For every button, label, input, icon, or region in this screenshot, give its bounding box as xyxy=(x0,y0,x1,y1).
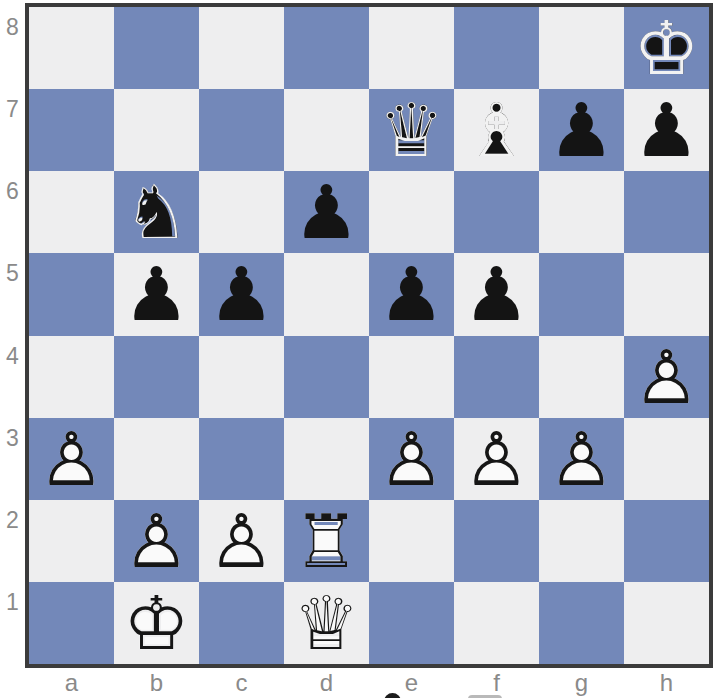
piece-glyph-layer: ♖ xyxy=(284,500,369,582)
square-d2[interactable]: ♜♖ xyxy=(284,500,369,582)
square-e8[interactable] xyxy=(369,7,454,89)
piece-glyph-layer: ♙ xyxy=(114,500,199,582)
piece-black-pawn[interactable]: ♟ xyxy=(199,253,284,335)
piece-glyph-layer: ♕ xyxy=(369,89,454,171)
piece-black-bishop[interactable]: ♝♗ xyxy=(454,89,539,171)
piece-black-pawn[interactable]: ♟ xyxy=(284,171,369,253)
square-a6[interactable] xyxy=(29,171,114,253)
square-f8[interactable] xyxy=(454,7,539,89)
square-b3[interactable] xyxy=(114,418,199,500)
piece-white-pawn[interactable]: ♟♙ xyxy=(454,418,539,500)
piece-glyph-layer: ♙ xyxy=(539,418,624,500)
square-c5[interactable]: ♟ xyxy=(199,253,284,335)
square-g1[interactable] xyxy=(539,582,624,664)
square-g8[interactable] xyxy=(539,7,624,89)
file-label-g: g xyxy=(539,668,624,698)
piece-black-pawn[interactable]: ♟ xyxy=(454,253,539,335)
piece-glyph-layer: ♟ xyxy=(284,171,369,253)
square-g6[interactable] xyxy=(539,171,624,253)
square-g5[interactable] xyxy=(539,253,624,335)
piece-white-rook[interactable]: ♜♖ xyxy=(284,500,369,582)
square-a1[interactable] xyxy=(29,582,114,664)
square-e2[interactable] xyxy=(369,500,454,582)
square-g3[interactable]: ♟♙ xyxy=(539,418,624,500)
piece-white-pawn[interactable]: ♟♙ xyxy=(624,336,709,418)
piece-black-knight[interactable]: ♞♘ xyxy=(114,171,199,253)
square-g4[interactable] xyxy=(539,336,624,418)
piece-glyph-layer: ♙ xyxy=(369,418,454,500)
piece-glyph-layer: ♟ xyxy=(369,253,454,335)
piece-black-pawn[interactable]: ♟ xyxy=(539,89,624,171)
rank-labels: 87654321 xyxy=(0,7,25,664)
square-h5[interactable] xyxy=(624,253,709,335)
piece-glyph-layer: ♟ xyxy=(114,253,199,335)
square-e6[interactable] xyxy=(369,171,454,253)
square-e7[interactable]: ♛♕ xyxy=(369,89,454,171)
piece-glyph-layer: ♙ xyxy=(624,336,709,418)
piece-glyph-layer: ♕ xyxy=(284,582,369,664)
square-a4[interactable] xyxy=(29,336,114,418)
square-h3[interactable] xyxy=(624,418,709,500)
square-h2[interactable] xyxy=(624,500,709,582)
square-f2[interactable] xyxy=(454,500,539,582)
piece-glyph-layer: ♙ xyxy=(199,500,284,582)
square-b5[interactable]: ♟ xyxy=(114,253,199,335)
square-c8[interactable] xyxy=(199,7,284,89)
file-label-e: e xyxy=(369,668,454,698)
file-label-f: f xyxy=(454,668,539,698)
square-h6[interactable] xyxy=(624,171,709,253)
square-d5[interactable] xyxy=(284,253,369,335)
square-d7[interactable] xyxy=(284,89,369,171)
piece-black-queen[interactable]: ♛♕ xyxy=(369,89,454,171)
square-c2[interactable]: ♟♙ xyxy=(199,500,284,582)
rank-label-2: 2 xyxy=(0,506,25,534)
piece-black-pawn[interactable]: ♟ xyxy=(369,253,454,335)
piece-black-pawn[interactable]: ♟ xyxy=(114,253,199,335)
file-label-d: d xyxy=(284,668,369,698)
square-f4[interactable] xyxy=(454,336,539,418)
square-g7[interactable]: ♟ xyxy=(539,89,624,171)
piece-glyph-layer: ♟ xyxy=(454,253,539,335)
square-d8[interactable] xyxy=(284,7,369,89)
square-b4[interactable] xyxy=(114,336,199,418)
file-label-a: a xyxy=(29,668,114,698)
square-b1[interactable]: ♚♔ xyxy=(114,582,199,664)
piece-glyph-layer: ♙ xyxy=(454,418,539,500)
square-h7[interactable]: ♟ xyxy=(624,89,709,171)
square-e5[interactable]: ♟ xyxy=(369,253,454,335)
rank-label-1: 1 xyxy=(0,588,25,616)
piece-white-queen[interactable]: ♛♕ xyxy=(284,582,369,664)
square-h4[interactable]: ♟♙ xyxy=(624,336,709,418)
square-f7[interactable]: ♝♗ xyxy=(454,89,539,171)
piece-glyph-layer: ♙ xyxy=(29,418,114,500)
square-b7[interactable] xyxy=(114,89,199,171)
square-a7[interactable] xyxy=(29,89,114,171)
piece-white-pawn[interactable]: ♟♙ xyxy=(114,500,199,582)
chess-app-screen: { "game": "chess", "position": { "fen": … xyxy=(0,0,720,698)
square-e4[interactable] xyxy=(369,336,454,418)
square-a2[interactable] xyxy=(29,500,114,582)
rank-label-5: 5 xyxy=(0,259,25,287)
board: ♚♔♛♕♝♗♟♟♞♘♟♟♟♟♟♟♙♟♙♟♙♟♙♟♙♟♙♟♙♜♖♚♔♛♕ xyxy=(29,7,709,664)
square-e1[interactable] xyxy=(369,582,454,664)
piece-glyph-layer: ♗ xyxy=(454,89,539,171)
rank-label-8: 8 xyxy=(0,13,25,41)
square-b2[interactable]: ♟♙ xyxy=(114,500,199,582)
file-label-h: h xyxy=(624,668,709,698)
square-d4[interactable] xyxy=(284,336,369,418)
square-b8[interactable] xyxy=(114,7,199,89)
square-h8[interactable]: ♚♔ xyxy=(624,7,709,89)
square-f6[interactable] xyxy=(454,171,539,253)
square-f3[interactable]: ♟♙ xyxy=(454,418,539,500)
rank-label-7: 7 xyxy=(0,95,25,123)
square-c7[interactable] xyxy=(199,89,284,171)
square-c1[interactable] xyxy=(199,582,284,664)
square-g2[interactable] xyxy=(539,500,624,582)
square-c3[interactable] xyxy=(199,418,284,500)
square-b6[interactable]: ♞♘ xyxy=(114,171,199,253)
square-h1[interactable] xyxy=(624,582,709,664)
square-e3[interactable]: ♟♙ xyxy=(369,418,454,500)
rank-label-6: 6 xyxy=(0,177,25,205)
piece-black-king[interactable]: ♚♔ xyxy=(624,7,709,89)
piece-glyph-layer: ♟ xyxy=(624,89,709,171)
piece-white-king[interactable]: ♚♔ xyxy=(114,582,199,664)
square-f5[interactable]: ♟ xyxy=(454,253,539,335)
square-c6[interactable] xyxy=(199,171,284,253)
piece-glyph-layer: ♔ xyxy=(624,7,709,89)
piece-black-pawn[interactable]: ♟ xyxy=(624,89,709,171)
file-labels: abcdefgh xyxy=(29,668,709,698)
rank-label-4: 4 xyxy=(0,342,25,370)
square-a3[interactable]: ♟♙ xyxy=(29,418,114,500)
file-label-b: b xyxy=(114,668,199,698)
piece-glyph-layer: ♟ xyxy=(539,89,624,171)
piece-glyph-layer: ♘ xyxy=(114,171,199,253)
square-a5[interactable] xyxy=(29,253,114,335)
square-d3[interactable] xyxy=(284,418,369,500)
file-label-c: c xyxy=(199,668,284,698)
piece-glyph-layer: ♔ xyxy=(114,582,199,664)
piece-glyph-layer: ♟ xyxy=(199,253,284,335)
piece-white-pawn[interactable]: ♟♙ xyxy=(199,500,284,582)
square-d6[interactable]: ♟ xyxy=(284,171,369,253)
piece-white-pawn[interactable]: ♟♙ xyxy=(369,418,454,500)
square-a8[interactable] xyxy=(29,7,114,89)
square-d1[interactable]: ♛♕ xyxy=(284,582,369,664)
square-f1[interactable] xyxy=(454,582,539,664)
board-frame: ♚♔♛♕♝♗♟♟♞♘♟♟♟♟♟♟♙♟♙♟♙♟♙♟♙♟♙♟♙♜♖♚♔♛♕ xyxy=(25,3,713,668)
square-c4[interactable] xyxy=(199,336,284,418)
piece-white-pawn[interactable]: ♟♙ xyxy=(539,418,624,500)
piece-white-pawn[interactable]: ♟♙ xyxy=(29,418,114,500)
rank-label-3: 3 xyxy=(0,424,25,452)
